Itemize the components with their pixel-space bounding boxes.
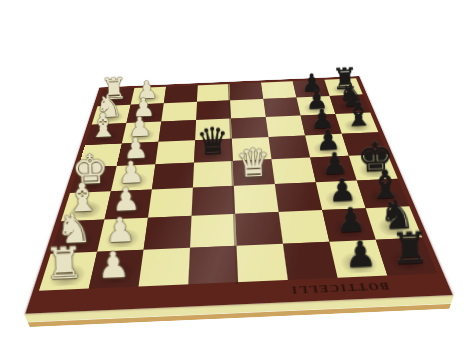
square-g4[interactable]	[190, 214, 236, 248]
square-c3[interactable]	[158, 120, 196, 142]
square-g6[interactable]	[279, 210, 330, 244]
square-f6[interactable]	[275, 182, 322, 212]
square-h5[interactable]	[236, 244, 287, 282]
square-b6[interactable]	[263, 98, 300, 118]
square-e3[interactable]	[152, 163, 194, 190]
piece-black-rook[interactable]: ♜	[384, 226, 435, 271]
piece-black-queen[interactable]: ♛	[193, 122, 233, 160]
brand-label: BOTTICELLI	[289, 281, 390, 296]
square-g3[interactable]	[144, 216, 192, 250]
square-d4[interactable]: ♛	[194, 139, 233, 163]
square-d3[interactable]	[155, 140, 195, 164]
square-a6[interactable]	[261, 81, 296, 99]
board-wrapper: ♜♟♟♜♞♟♟♞♝♟♟♝♟♛♟♚♟♛♟♚♝♟♟♝♞♟♟♞♜♟♟♜ BOTTICE…	[64, 0, 402, 343]
board-grid: ♜♟♟♜♞♟♟♞♝♟♟♝♟♛♟♚♟♛♟♚♝♟♟♝♞♟♟♞♜♟♟♜	[39, 78, 437, 290]
square-e5[interactable]: ♛	[233, 159, 275, 186]
piece-white-rook[interactable]: ♜	[38, 241, 89, 286]
square-c6[interactable]	[266, 116, 305, 138]
square-f5[interactable]	[234, 184, 279, 214]
square-a5[interactable]	[229, 83, 263, 101]
square-a4[interactable]	[197, 84, 230, 102]
square-e6[interactable]	[271, 158, 315, 185]
square-f4[interactable]	[192, 186, 236, 216]
piece-white-queen[interactable]: ♛	[232, 143, 274, 183]
chess-set-photo: ♜♟♟♜♞♟♟♞♝♟♟♝♟♛♟♚♟♛♟♚♝♟♟♝♞♟♟♞♜♟♟♜ BOTTICE…	[0, 0, 469, 352]
square-f3[interactable]	[148, 188, 193, 218]
square-h6[interactable]	[283, 242, 338, 280]
square-b5[interactable]	[230, 99, 266, 119]
square-h3[interactable]	[139, 248, 191, 287]
board-side-edge	[24, 295, 454, 327]
square-e4[interactable]	[193, 161, 234, 188]
square-d6[interactable]	[268, 135, 310, 159]
piece-white-pawn[interactable]: ♟	[88, 247, 139, 285]
square-h2[interactable]: ♟	[89, 250, 144, 289]
square-c5[interactable]	[231, 117, 269, 139]
piece-black-pawn[interactable]: ♟	[335, 236, 386, 274]
square-b4[interactable]	[196, 100, 231, 120]
square-h7[interactable]: ♟	[329, 240, 387, 278]
square-h4[interactable]	[188, 246, 238, 285]
chess-board: ♜♟♟♜♞♟♟♞♝♟♟♝♟♛♟♚♟♛♟♚♝♟♟♝♞♟♟♞♜♟♟♜ BOTTICE…	[25, 76, 452, 313]
square-b3[interactable]	[161, 102, 197, 122]
square-g5[interactable]	[235, 212, 283, 246]
square-a3[interactable]	[164, 85, 198, 103]
